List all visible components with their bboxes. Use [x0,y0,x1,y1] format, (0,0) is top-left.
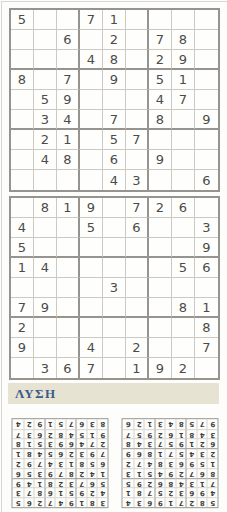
cell-r6c5: 7 [165,448,176,458]
cell-r1c1: 5 [207,497,218,507]
cell-r3c5: 2 [55,478,66,488]
cell-r9c6: 3 [126,170,149,190]
cell-r9c9 [195,358,218,378]
cell-r9c5: 5 [55,419,66,429]
cell-r8c8 [172,338,195,358]
cell-r4c5 [103,258,126,278]
cell-r6c8: 6 [134,448,145,458]
cell-r6c7: 8 [149,110,172,130]
cell-r6c2: 3 [197,448,208,458]
cell-r5c6: 4 [45,458,56,468]
cell-r8c3: 8 [57,150,80,170]
cell-r3c3 [57,50,80,70]
cell-r6c3: 4 [57,110,80,130]
cell-r9c9: 6 [123,419,134,429]
cell-r4c9: 6 [13,468,24,478]
cell-r2c4 [80,30,103,50]
cell-r1c8: 6 [24,497,35,507]
cell-r2c3: 6 [186,488,197,498]
cell-r3c6: 8 [45,478,56,488]
cell-r4c5: 9 [103,70,126,90]
cell-r3c7: 1 [34,478,45,488]
cell-r5c3: 9 [186,458,197,468]
cell-r3c2: 1 [197,478,208,488]
cell-r5c9: 2 [13,458,24,468]
cell-r1c6: 9 [155,497,166,507]
cell-r6c5: 6 [55,448,66,458]
cell-r2c8: 8 [172,30,195,50]
cell-r1c1: 3 [97,497,108,507]
cell-r4c7 [149,258,172,278]
cell-r3c9: 9 [13,478,24,488]
cell-r1c2: 8 [197,497,208,507]
cell-r8c1 [11,150,34,170]
cell-r6c5 [103,298,126,318]
cell-r2c6: 6 [45,488,56,498]
cell-r3c7: 2 [149,50,172,70]
cell-r5c3: 8 [76,458,87,468]
cell-r3c8: 9 [134,478,145,488]
cell-r4c8: 5 [24,468,35,478]
cell-r1c5: 1 [165,497,176,507]
cell-r7c9: 8 [123,439,134,449]
cell-r6c1 [11,110,34,130]
cell-r5c2: 5 [87,458,98,468]
cell-r2c3: 6 [57,30,80,50]
cell-r8c5: 6 [165,429,176,439]
cell-r3c8: 9 [172,50,195,70]
cell-r5c2: 5 [197,458,208,468]
cell-r9c6: 1 [45,419,56,429]
cell-r2c2 [34,30,57,50]
cell-r9c6: 1 [126,358,149,378]
cell-r8c2: 1 [87,429,98,439]
cell-r8c9 [195,150,218,170]
cell-r1c7: 2 [149,198,172,218]
cell-r8c2: 4 [197,429,208,439]
cell-r2c5: 1 [55,488,66,498]
cell-r4c3: 7 [186,468,197,478]
cell-r4c5: 9 [165,468,176,478]
cell-r4c3: 7 [57,70,80,90]
cell-r2c7: 7 [149,30,172,50]
cell-r3c7: 2 [144,478,155,488]
cell-r9c2: 3 [87,419,98,429]
cell-r9c3: 5 [186,419,197,429]
cell-r1c4: 9 [80,198,103,218]
cell-r6c6 [126,110,149,130]
cell-r5c7 [149,278,172,298]
cell-r1c4: 7 [176,497,187,507]
cell-r6c9: 9 [123,448,134,458]
cell-r8c5: 8 [55,429,66,439]
cell-r8c4: 4 [80,338,103,358]
cell-r8c9: 7 [195,338,218,358]
cell-r8c3: 5 [76,429,87,439]
cell-r9c7: 9 [149,358,172,378]
cell-r1c3 [57,10,80,30]
cell-r6c6: 1 [155,448,166,458]
cell-r6c6 [126,298,149,318]
cell-r2c5: 2 [165,488,176,498]
cell-r4c2: 4 [87,468,98,478]
cell-r7c8: 4 [134,439,145,449]
cell-r2c7 [149,218,172,238]
cell-r6c9: 9 [195,110,218,130]
cell-r7c1: 2 [11,318,34,338]
cell-r2c1: 4 [207,488,218,498]
cell-r8c8: 3 [24,429,35,439]
cell-r8c4: 1 [176,429,187,439]
cell-r5c5 [103,90,126,110]
cell-r3c5: 8 [165,478,176,488]
cell-r3c6 [126,238,149,258]
cell-r4c8: 1 [134,468,145,478]
cell-r6c1: 2 [207,448,218,458]
cell-r4c9: 6 [195,258,218,278]
cell-r5c6 [126,278,149,298]
cell-r6c4: 5 [176,448,187,458]
cell-r7c1 [11,130,34,150]
cell-r9c7 [149,170,172,190]
cell-r8c4: 4 [66,429,77,439]
cell-r6c3: 4 [186,448,197,458]
cell-r4c6: 9 [45,468,56,478]
cell-r9c7: 9 [34,419,45,429]
cell-r9c8: 2 [172,358,195,378]
cell-r5c8: 7 [172,90,195,110]
cell-r3c2: 6 [87,478,98,488]
cell-r1c2: 8 [34,198,57,218]
cell-r1c9: 4 [123,497,134,507]
cell-r7c7: 3 [144,439,155,449]
cell-r7c2: 7 [87,439,98,449]
cell-r4c7: 5 [149,70,172,90]
cell-r2c1 [11,30,34,50]
cell-r9c8 [172,170,195,190]
cell-r5c8: 9 [24,458,35,468]
cell-r1c1: 5 [11,10,34,30]
cell-r8c2 [34,338,57,358]
cell-r2c8: 7 [24,488,35,498]
cell-r3c5: 8 [103,50,126,70]
cell-r5c4 [80,278,103,298]
cell-r6c4 [80,298,103,318]
cell-r9c8: 2 [24,419,35,429]
cell-r3c2 [34,238,57,258]
cell-r6c1: 7 [97,448,108,458]
cell-r8c6: 2 [45,429,56,439]
cell-r8c6 [126,150,149,170]
cell-r4c2 [34,70,57,90]
cell-r8c9: 7 [123,429,134,439]
cell-r7c4 [80,318,103,338]
cell-r9c3 [57,170,80,190]
cell-r7c9: 8 [13,439,24,449]
cell-r4c1: 8 [207,468,218,478]
cell-r3c6 [126,50,149,70]
cell-r5c3 [57,278,80,298]
cell-r1c5 [103,198,126,218]
cell-r1c5: 4 [55,497,66,507]
cell-r8c1: 3 [207,429,218,439]
cell-r7c2: 2 [34,130,57,150]
cell-r2c8: 8 [134,488,145,498]
cell-r2c3: 9 [76,488,87,498]
cell-r4c9 [195,70,218,90]
cell-r4c6 [126,258,149,278]
cell-r7c2: 2 [197,439,208,449]
cell-r1c7: 2 [34,497,45,507]
cell-r7c7: 5 [34,439,45,449]
cell-r6c4 [80,110,103,130]
solution-banner: ΛΥΣΗ [8,383,219,404]
cell-r3c3 [57,238,80,258]
cell-r5c2 [34,278,57,298]
cell-r3c6: 6 [155,478,166,488]
cell-r2c5: 2 [103,30,126,50]
cell-r6c8: 8 [172,298,195,318]
cell-r7c3: 1 [57,130,80,150]
cell-r1c3: 1 [57,198,80,218]
cell-r4c9: 3 [123,468,134,478]
cell-r3c5 [103,238,126,258]
cell-r8c8 [172,150,195,170]
cell-r7c9 [195,130,218,150]
cell-r5c7: 4 [144,458,155,468]
cell-r5c8 [172,278,195,298]
cell-r7c5: 9 [55,439,66,449]
cell-r7c3 [57,318,80,338]
cell-r8c5: 6 [103,150,126,170]
cell-r8c8: 5 [134,429,145,439]
cell-r4c2: 4 [34,258,57,278]
cell-r1c8: 6 [172,198,195,218]
cell-r1c5: 1 [103,10,126,30]
cell-r1c6 [126,10,149,30]
cell-r2c3 [57,218,80,238]
cell-r9c5: 4 [103,170,126,190]
cell-r8c4 [80,150,103,170]
cell-r7c1: 6 [207,439,218,449]
cell-r4c1: 8 [11,70,34,90]
cell-r1c6: 7 [45,497,56,507]
cell-r6c6: 5 [45,448,56,458]
cell-r7c8 [172,318,195,338]
cell-r2c2: 2 [87,488,98,498]
cell-r9c2: 7 [197,419,208,429]
cell-r6c1: 7 [11,298,34,318]
solution-heading: ΛΥΣΗ [8,386,57,402]
cell-r4c3 [57,258,80,278]
cell-r4c7: 5 [144,468,155,478]
cell-r8c6: 2 [126,338,149,358]
cell-r8c5 [103,338,126,358]
cell-r2c4: 5 [66,488,77,498]
cell-r2c4: 3 [176,488,187,498]
cell-r7c5: 5 [165,439,176,449]
cell-r1c8 [172,10,195,30]
cell-r9c7: 1 [144,419,155,429]
cell-r5c3: 9 [57,90,80,110]
cell-r2c9: 3 [195,218,218,238]
cell-r9c3: 6 [76,419,87,429]
cell-r6c8: 8 [24,448,35,458]
puzzle-grid-1: 571627848298795159473478921574869436 [9,8,220,192]
cell-r7c8 [172,130,195,150]
cell-r1c8: 3 [134,497,145,507]
cell-r4c8: 1 [172,70,195,90]
cell-r1c9 [195,198,218,218]
cell-r4c5: 7 [55,468,66,478]
cell-r4c3: 2 [76,468,87,478]
cell-r3c1: 5 [11,238,34,258]
cell-r5c7: 7 [34,458,45,468]
cell-r9c3: 6 [57,358,80,378]
cell-r1c7: 6 [144,497,155,507]
cell-r5c5: 3 [103,278,126,298]
cell-r7c6: 7 [155,439,166,449]
cell-r4c4 [80,70,103,90]
cell-r3c4 [80,238,103,258]
cell-r6c3: 3 [76,448,87,458]
cell-r8c3 [57,338,80,358]
cell-r5c7: 4 [149,90,172,110]
cell-r6c7 [149,298,172,318]
cell-r6c5: 7 [103,110,126,130]
cell-r6c2: 9 [34,298,57,318]
cell-r8c7: 9 [144,429,155,439]
cell-r9c2 [34,170,57,190]
cell-r5c9: 2 [123,458,134,468]
solution-grid-right-puzzle-1-rotated: 5827196344963257817134862958672945131596… [122,418,219,508]
cell-r7c1: 2 [97,439,108,449]
cell-r5c8: 7 [134,458,145,468]
cell-r6c2: 9 [87,448,98,458]
sudoku-page: { "game": "sudoku", "page": { "heading":… [0,0,227,512]
cell-r1c6: 7 [126,198,149,218]
cell-r9c9: 4 [13,419,24,429]
cell-r9c1 [11,358,34,378]
cell-r8c9: 7 [13,429,24,439]
cell-r4c2: 6 [197,468,208,478]
cell-r5c1: 6 [97,458,108,468]
cell-r4c1: 1 [11,258,34,278]
cell-r5c9 [195,90,218,110]
cell-r7c5 [103,318,126,338]
cell-r5c6: 8 [155,458,166,468]
cell-r1c9: 5 [13,497,24,507]
cell-r9c1: 8 [97,419,108,429]
cell-r5c4: 6 [176,458,187,468]
cell-r7c8: 1 [24,439,35,449]
cell-r2c5 [103,218,126,238]
cell-r1c2: 8 [87,497,98,507]
cell-r3c9: 9 [195,238,218,258]
cell-r7c2 [34,318,57,338]
cell-r5c1 [11,90,34,110]
cell-r8c1: 9 [97,429,108,439]
cell-r9c4 [80,170,103,190]
cell-r9c2: 3 [34,358,57,378]
cell-r6c4: 2 [66,448,77,458]
cell-r2c2: 9 [197,488,208,498]
cell-r5c1 [11,278,34,298]
cell-r9c6: 3 [155,419,166,429]
cell-r2c1: 4 [11,218,34,238]
cell-r7c4: 9 [176,439,187,449]
cell-r9c1 [11,170,34,190]
cell-r2c4: 5 [80,218,103,238]
cell-r4c4: 2 [176,468,187,478]
cell-r6c7: 4 [34,448,45,458]
cell-r1c7 [149,10,172,30]
cell-r5c6 [126,90,149,110]
cell-r2c9: 3 [13,488,24,498]
cell-r6c2: 3 [34,110,57,130]
cell-r3c3: 7 [76,478,87,488]
cell-r2c6 [126,30,149,50]
cell-r3c2 [34,50,57,70]
cell-r7c7 [149,130,172,150]
cell-r4c6 [126,70,149,90]
cell-r1c3: 1 [76,497,87,507]
cell-r4c4: 8 [66,468,77,478]
cell-r1c4: 9 [66,497,77,507]
cell-r5c9 [195,278,218,298]
cell-r9c8: 2 [134,419,145,429]
cell-r7c3: 4 [76,439,87,449]
cell-r3c8 [172,238,195,258]
cell-r8c7 [149,338,172,358]
cell-r3c9 [195,50,218,70]
cell-r2c8 [172,218,195,238]
cell-r3c1: 7 [207,478,218,488]
cell-r6c9: 1 [195,298,218,318]
cell-r3c1 [11,50,34,70]
cell-r7c4 [80,130,103,150]
cell-r9c4: 8 [176,419,187,429]
cell-r8c7: 9 [149,150,172,170]
cell-r2c6: 6 [126,218,149,238]
cell-r7c9: 8 [195,318,218,338]
cell-r7c6 [126,318,149,338]
cell-r8c7: 6 [34,429,45,439]
cell-r3c3: 3 [186,478,197,488]
cell-r2c1: 4 [97,488,108,498]
cell-r1c9 [195,10,218,30]
cell-r8c1: 9 [11,338,34,358]
cell-r4c6: 4 [155,468,166,478]
cell-r3c7 [149,238,172,258]
cell-r7c3: 1 [186,439,197,449]
cell-r9c5 [103,358,126,378]
cell-r2c7: 8 [34,488,45,498]
cell-r4c4 [80,258,103,278]
cell-r4c1: 1 [97,468,108,478]
cell-r5c4 [80,90,103,110]
cell-r4c8: 5 [172,258,195,278]
cell-r1c1 [11,198,34,218]
cell-r9c5: 4 [165,419,176,429]
puzzle-grid-2: 819726456359145637981289427367192 [9,196,220,380]
cell-r1c2 [34,10,57,30]
cell-r2c9 [195,30,218,50]
cell-r9c4: 7 [80,358,103,378]
cell-r5c1: 1 [207,458,218,468]
cell-r6c3 [57,298,80,318]
cell-r2c7: 7 [144,488,155,498]
